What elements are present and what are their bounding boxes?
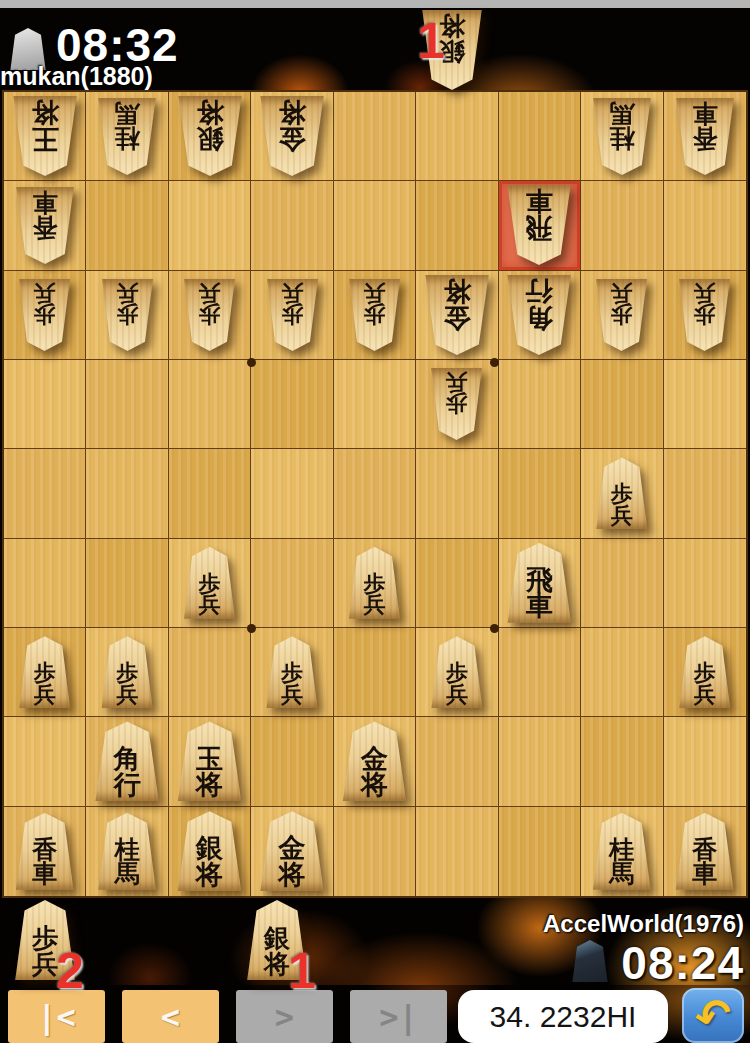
square-3g[interactable]	[499, 628, 581, 717]
square-2a[interactable]: 桂馬	[581, 92, 663, 181]
square-6e[interactable]	[251, 449, 333, 538]
move-display-field[interactable]: 34. 2232HI	[458, 990, 668, 1043]
square-3f[interactable]: 飛車	[499, 539, 581, 628]
square-6c[interactable]: 歩兵	[251, 271, 333, 360]
square-2g[interactable]	[581, 628, 663, 717]
square-8a[interactable]: 桂馬	[86, 92, 168, 181]
piece-香車-sente[interactable]: 香車	[675, 813, 735, 890]
piece-歩兵-sente[interactable]: 歩兵	[595, 457, 648, 529]
square-9g[interactable]: 歩兵	[4, 628, 86, 717]
piece-王将-gote[interactable]: 王将	[12, 96, 78, 176]
square-6d[interactable]	[251, 360, 333, 449]
square-5i[interactable]	[334, 807, 416, 896]
square-9e[interactable]	[4, 449, 86, 538]
square-7b[interactable]	[169, 181, 251, 270]
undo-arrow-icon: ↶	[690, 990, 735, 1041]
square-1c[interactable]: 歩兵	[664, 271, 746, 360]
star-point	[490, 358, 499, 367]
square-5b[interactable]	[334, 181, 416, 270]
square-6i[interactable]: 金将	[251, 807, 333, 896]
square-1a[interactable]: 香車	[664, 92, 746, 181]
square-7i[interactable]: 銀将	[169, 807, 251, 896]
square-8e[interactable]	[86, 449, 168, 538]
piece-金将-gote[interactable]: 金将	[259, 96, 325, 176]
piece-歩兵-sente[interactable]: 歩兵	[18, 636, 71, 708]
square-2d[interactable]	[581, 360, 663, 449]
square-6a[interactable]: 金将	[251, 92, 333, 181]
square-2b[interactable]	[581, 181, 663, 270]
square-3e[interactable]	[499, 449, 581, 538]
piece-歩兵-gote[interactable]: 歩兵	[595, 279, 648, 351]
square-7f[interactable]: 歩兵	[169, 539, 251, 628]
square-9a[interactable]: 王将	[4, 92, 86, 181]
piece-歩兵-gote[interactable]: 歩兵	[678, 279, 731, 351]
star-point	[247, 358, 256, 367]
square-1g[interactable]: 歩兵	[664, 628, 746, 717]
piece-歩兵-gote[interactable]: 歩兵	[348, 279, 401, 351]
square-4a[interactable]	[416, 92, 498, 181]
piece-飛車-gote[interactable]: 飛車	[506, 185, 572, 265]
square-5g[interactable]	[334, 628, 416, 717]
piece-歩兵-gote[interactable]: 歩兵	[266, 279, 319, 351]
piece-香車-sente[interactable]: 香車	[15, 813, 75, 890]
sente-piece-icon	[572, 940, 608, 982]
square-8h[interactable]: 角行	[86, 717, 168, 806]
square-1e[interactable]	[664, 449, 746, 538]
sente-hand-歩兵[interactable]: 歩兵2	[14, 900, 76, 980]
square-9i[interactable]: 香車	[4, 807, 86, 896]
square-3h[interactable]	[499, 717, 581, 806]
square-6f[interactable]	[251, 539, 333, 628]
sente-clock: 08:24	[621, 936, 744, 990]
piece-香車-gote[interactable]: 香車	[15, 187, 75, 264]
piece-歩兵-gote[interactable]: 歩兵	[18, 279, 71, 351]
bottom-player-bar: 歩兵2銀将1 AccelWorld(1976) 08:24	[0, 898, 750, 985]
square-5e[interactable]	[334, 449, 416, 538]
square-6h[interactable]	[251, 717, 333, 806]
square-1f[interactable]	[664, 539, 746, 628]
piece-歩兵-sente[interactable]: 歩兵	[678, 636, 731, 708]
piece-歩兵-sente[interactable]: 歩兵	[430, 636, 483, 708]
capture-count-badge: 1	[288, 942, 316, 1000]
square-4g[interactable]: 歩兵	[416, 628, 498, 717]
square-8g[interactable]: 歩兵	[86, 628, 168, 717]
square-9b[interactable]: 香車	[4, 181, 86, 270]
square-9h[interactable]	[4, 717, 86, 806]
square-8d[interactable]	[86, 360, 168, 449]
piece-桂馬-gote[interactable]: 桂馬	[97, 98, 157, 175]
undo-button[interactable]: ↶	[682, 988, 744, 1043]
piece-歩兵-gote[interactable]: 歩兵	[430, 368, 483, 440]
square-9c[interactable]: 歩兵	[4, 271, 86, 360]
square-7h[interactable]: 玉将	[169, 717, 251, 806]
piece-桂馬-sente[interactable]: 桂馬	[592, 813, 652, 890]
prev-move-button[interactable]: <	[122, 990, 219, 1043]
capture-count-badge: 2	[56, 942, 84, 1000]
square-7a[interactable]: 銀将	[169, 92, 251, 181]
piece-銀将-sente[interactable]: 銀将	[177, 811, 243, 891]
square-4d[interactable]: 歩兵	[416, 360, 498, 449]
star-point	[490, 624, 499, 633]
last-move-button[interactable]: >|	[350, 990, 447, 1043]
piece-歩兵-sente[interactable]: 歩兵	[183, 547, 236, 619]
piece-香車-gote[interactable]: 香車	[675, 98, 735, 175]
square-5c[interactable]: 歩兵	[334, 271, 416, 360]
square-6b[interactable]	[251, 181, 333, 270]
piece-歩兵-gote[interactable]: 歩兵	[101, 279, 154, 351]
sente-hand-銀将[interactable]: 銀将1	[246, 900, 308, 980]
square-8b[interactable]	[86, 181, 168, 270]
capture-count-badge: 1	[417, 12, 445, 70]
square-8f[interactable]	[86, 539, 168, 628]
square-5a[interactable]	[334, 92, 416, 181]
square-7c[interactable]: 歩兵	[169, 271, 251, 360]
shogi-app-screen: 08:32 mukan(1880) 銀将1 王将桂馬銀将金将桂馬香車香車飛車歩兵…	[0, 0, 750, 1043]
star-point	[247, 624, 256, 633]
shogi-board[interactable]: 王将桂馬銀将金将桂馬香車香車飛車歩兵歩兵歩兵歩兵歩兵金将角行歩兵歩兵歩兵歩兵歩兵…	[2, 90, 748, 898]
square-3i[interactable]	[499, 807, 581, 896]
move-nav-controls: |< < > >| 34. 2232HI ↶	[0, 984, 750, 1043]
piece-歩兵-sente[interactable]: 歩兵	[101, 636, 154, 708]
square-4f[interactable]	[416, 539, 498, 628]
piece-歩兵-gote[interactable]: 歩兵	[183, 279, 236, 351]
piece-桂馬-gote[interactable]: 桂馬	[592, 98, 652, 175]
piece-飛車-sente[interactable]: 飛車	[506, 543, 572, 623]
status-bar	[0, 0, 750, 8]
gote-player-name: mukan(1880)	[0, 62, 153, 91]
square-3b[interactable]: 飛車	[499, 181, 581, 270]
piece-角行-gote[interactable]: 角行	[506, 275, 572, 355]
square-9f[interactable]	[4, 539, 86, 628]
square-7d[interactable]	[169, 360, 251, 449]
square-3d[interactable]	[499, 360, 581, 449]
square-5f[interactable]: 歩兵	[334, 539, 416, 628]
square-8i[interactable]: 桂馬	[86, 807, 168, 896]
square-3a[interactable]	[499, 92, 581, 181]
square-2h[interactable]	[581, 717, 663, 806]
piece-桂馬-sente[interactable]: 桂馬	[97, 813, 157, 890]
piece-歩兵-sente[interactable]: 歩兵	[348, 547, 401, 619]
square-6g[interactable]: 歩兵	[251, 628, 333, 717]
piece-金将-sente[interactable]: 金将	[341, 721, 407, 801]
square-2e[interactable]: 歩兵	[581, 449, 663, 538]
square-3c[interactable]: 角行	[499, 271, 581, 360]
piece-玉将-sente[interactable]: 玉将	[177, 721, 243, 801]
square-8c[interactable]: 歩兵	[86, 271, 168, 360]
square-4i[interactable]	[416, 807, 498, 896]
square-4c[interactable]: 金将	[416, 271, 498, 360]
piece-金将-gote[interactable]: 金将	[424, 275, 490, 355]
top-player-bar: 08:32 mukan(1880) 銀将1	[0, 8, 750, 90]
square-7g[interactable]	[169, 628, 251, 717]
next-move-button[interactable]: >	[236, 990, 333, 1043]
square-4e[interactable]	[416, 449, 498, 538]
piece-金将-sente[interactable]: 金将	[259, 811, 325, 891]
square-1i[interactable]: 香車	[664, 807, 746, 896]
square-2i[interactable]: 桂馬	[581, 807, 663, 896]
square-1b[interactable]	[664, 181, 746, 270]
square-1h[interactable]	[664, 717, 746, 806]
square-5h[interactable]: 金将	[334, 717, 416, 806]
square-1d[interactable]	[664, 360, 746, 449]
piece-歩兵-sente[interactable]: 歩兵	[266, 636, 319, 708]
square-4b[interactable]	[416, 181, 498, 270]
square-2c[interactable]: 歩兵	[581, 271, 663, 360]
square-9d[interactable]	[4, 360, 86, 449]
square-2f[interactable]	[581, 539, 663, 628]
square-7e[interactable]	[169, 449, 251, 538]
piece-銀将-gote[interactable]: 銀将	[177, 96, 243, 176]
square-5d[interactable]	[334, 360, 416, 449]
gote-hand-銀将[interactable]: 銀将1	[421, 10, 483, 90]
sente-player-name: AccelWorld(1976)	[543, 910, 744, 938]
piece-角行-sente[interactable]: 角行	[94, 721, 160, 801]
square-4h[interactable]	[416, 717, 498, 806]
